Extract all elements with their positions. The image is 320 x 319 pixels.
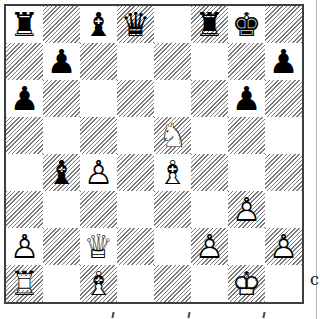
square-f4 bbox=[191, 154, 228, 191]
square-c7 bbox=[80, 43, 117, 80]
square-d6 bbox=[117, 80, 154, 117]
white-pawn: ♙︎ bbox=[228, 191, 265, 228]
square-h8 bbox=[265, 6, 302, 43]
square-b6 bbox=[43, 80, 80, 117]
margin-text-fragment: c bbox=[310, 270, 319, 289]
square-g5 bbox=[228, 117, 265, 154]
square-d8: ♛ bbox=[117, 6, 154, 43]
cut-off-mark bbox=[187, 312, 190, 318]
chess-board-frame: ♜♝♛♜♚♟︎♟︎♟︎♟︎♞♘♝♟︎♙︎♝♗♟︎♙︎♟︎♙︎♛♕♟︎♙︎♟︎♙︎… bbox=[4, 4, 304, 304]
square-d3 bbox=[117, 191, 154, 228]
white-pawn: ♙︎ bbox=[80, 154, 117, 191]
square-b2 bbox=[43, 228, 80, 265]
square-b8 bbox=[43, 6, 80, 43]
square-h6 bbox=[265, 80, 302, 117]
square-a5 bbox=[6, 117, 43, 154]
square-d2 bbox=[117, 228, 154, 265]
square-g8: ♚ bbox=[228, 6, 265, 43]
square-h1 bbox=[265, 265, 302, 302]
square-d4 bbox=[117, 154, 154, 191]
square-g1: ♚♔ bbox=[228, 265, 265, 302]
square-c4: ♟︎♙︎ bbox=[80, 154, 117, 191]
black-queen: ♛ bbox=[117, 6, 154, 43]
square-g6: ♟︎ bbox=[228, 80, 265, 117]
black-pawn: ♟︎ bbox=[43, 43, 80, 80]
square-a3 bbox=[6, 191, 43, 228]
white-knight: ♘ bbox=[154, 117, 191, 154]
square-h7: ♟︎ bbox=[265, 43, 302, 80]
black-bishop: ♝ bbox=[43, 154, 80, 191]
white-rook: ♖ bbox=[6, 265, 43, 302]
square-b5 bbox=[43, 117, 80, 154]
black-king: ♚ bbox=[228, 6, 265, 43]
square-f7 bbox=[191, 43, 228, 80]
square-e3 bbox=[154, 191, 191, 228]
square-e7 bbox=[154, 43, 191, 80]
page: { "game": "chess", "position": { "fen": … bbox=[0, 0, 320, 319]
square-a1: ♜♖ bbox=[6, 265, 43, 302]
square-f2: ♟︎♙︎ bbox=[191, 228, 228, 265]
black-rook: ♜ bbox=[6, 6, 43, 43]
square-d5 bbox=[117, 117, 154, 154]
black-rook: ♜ bbox=[191, 6, 228, 43]
square-f3 bbox=[191, 191, 228, 228]
square-g2 bbox=[228, 228, 265, 265]
square-a8: ♜ bbox=[6, 6, 43, 43]
square-f6 bbox=[191, 80, 228, 117]
square-h3 bbox=[265, 191, 302, 228]
white-pawn: ♙︎ bbox=[6, 228, 43, 265]
square-d7 bbox=[117, 43, 154, 80]
chess-board: ♜♝♛♜♚♟︎♟︎♟︎♟︎♞♘♝♟︎♙︎♝♗♟︎♙︎♟︎♙︎♛♕♟︎♙︎♟︎♙︎… bbox=[6, 6, 302, 302]
square-b4: ♝ bbox=[43, 154, 80, 191]
black-pawn: ♟︎ bbox=[228, 80, 265, 117]
square-a4 bbox=[6, 154, 43, 191]
square-d1 bbox=[117, 265, 154, 302]
black-pawn: ♟︎ bbox=[265, 43, 302, 80]
square-g4 bbox=[228, 154, 265, 191]
square-b1 bbox=[43, 265, 80, 302]
cut-off-mark bbox=[111, 312, 114, 318]
square-f1 bbox=[191, 265, 228, 302]
white-queen: ♕ bbox=[80, 228, 117, 265]
square-e4: ♝♗ bbox=[154, 154, 191, 191]
square-a6: ♟︎ bbox=[6, 80, 43, 117]
white-bishop: ♗ bbox=[154, 154, 191, 191]
square-g3: ♟︎♙︎ bbox=[228, 191, 265, 228]
square-c5 bbox=[80, 117, 117, 154]
square-c8: ♝ bbox=[80, 6, 117, 43]
black-pawn: ♟︎ bbox=[6, 80, 43, 117]
white-bishop: ♗ bbox=[80, 265, 117, 302]
square-e6 bbox=[154, 80, 191, 117]
square-b3 bbox=[43, 191, 80, 228]
square-h4 bbox=[265, 154, 302, 191]
square-c3 bbox=[80, 191, 117, 228]
square-e5: ♞♘ bbox=[154, 117, 191, 154]
cut-off-mark bbox=[262, 312, 265, 318]
white-king: ♔ bbox=[228, 265, 265, 302]
square-e2 bbox=[154, 228, 191, 265]
square-c6 bbox=[80, 80, 117, 117]
square-f8: ♜ bbox=[191, 6, 228, 43]
square-g7 bbox=[228, 43, 265, 80]
square-h2: ♟︎♙︎ bbox=[265, 228, 302, 265]
square-h5 bbox=[265, 117, 302, 154]
square-a7 bbox=[6, 43, 43, 80]
square-b7: ♟︎ bbox=[43, 43, 80, 80]
square-e1 bbox=[154, 265, 191, 302]
square-c2: ♛♕ bbox=[80, 228, 117, 265]
square-f5 bbox=[191, 117, 228, 154]
white-pawn: ♙︎ bbox=[265, 228, 302, 265]
white-pawn: ♙︎ bbox=[191, 228, 228, 265]
square-c1: ♝♗ bbox=[80, 265, 117, 302]
square-e8 bbox=[154, 6, 191, 43]
square-a2: ♟︎♙︎ bbox=[6, 228, 43, 265]
black-bishop: ♝ bbox=[80, 6, 117, 43]
